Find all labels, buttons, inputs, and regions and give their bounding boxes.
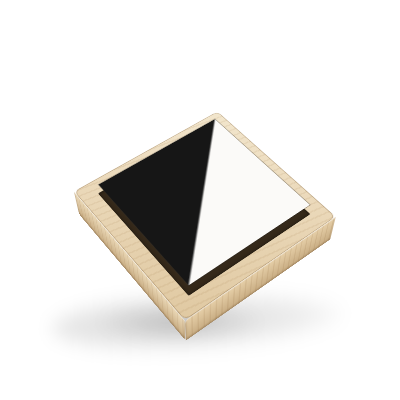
puzzle-tray-3d (74, 111, 336, 320)
product-photo-scene (0, 0, 400, 400)
